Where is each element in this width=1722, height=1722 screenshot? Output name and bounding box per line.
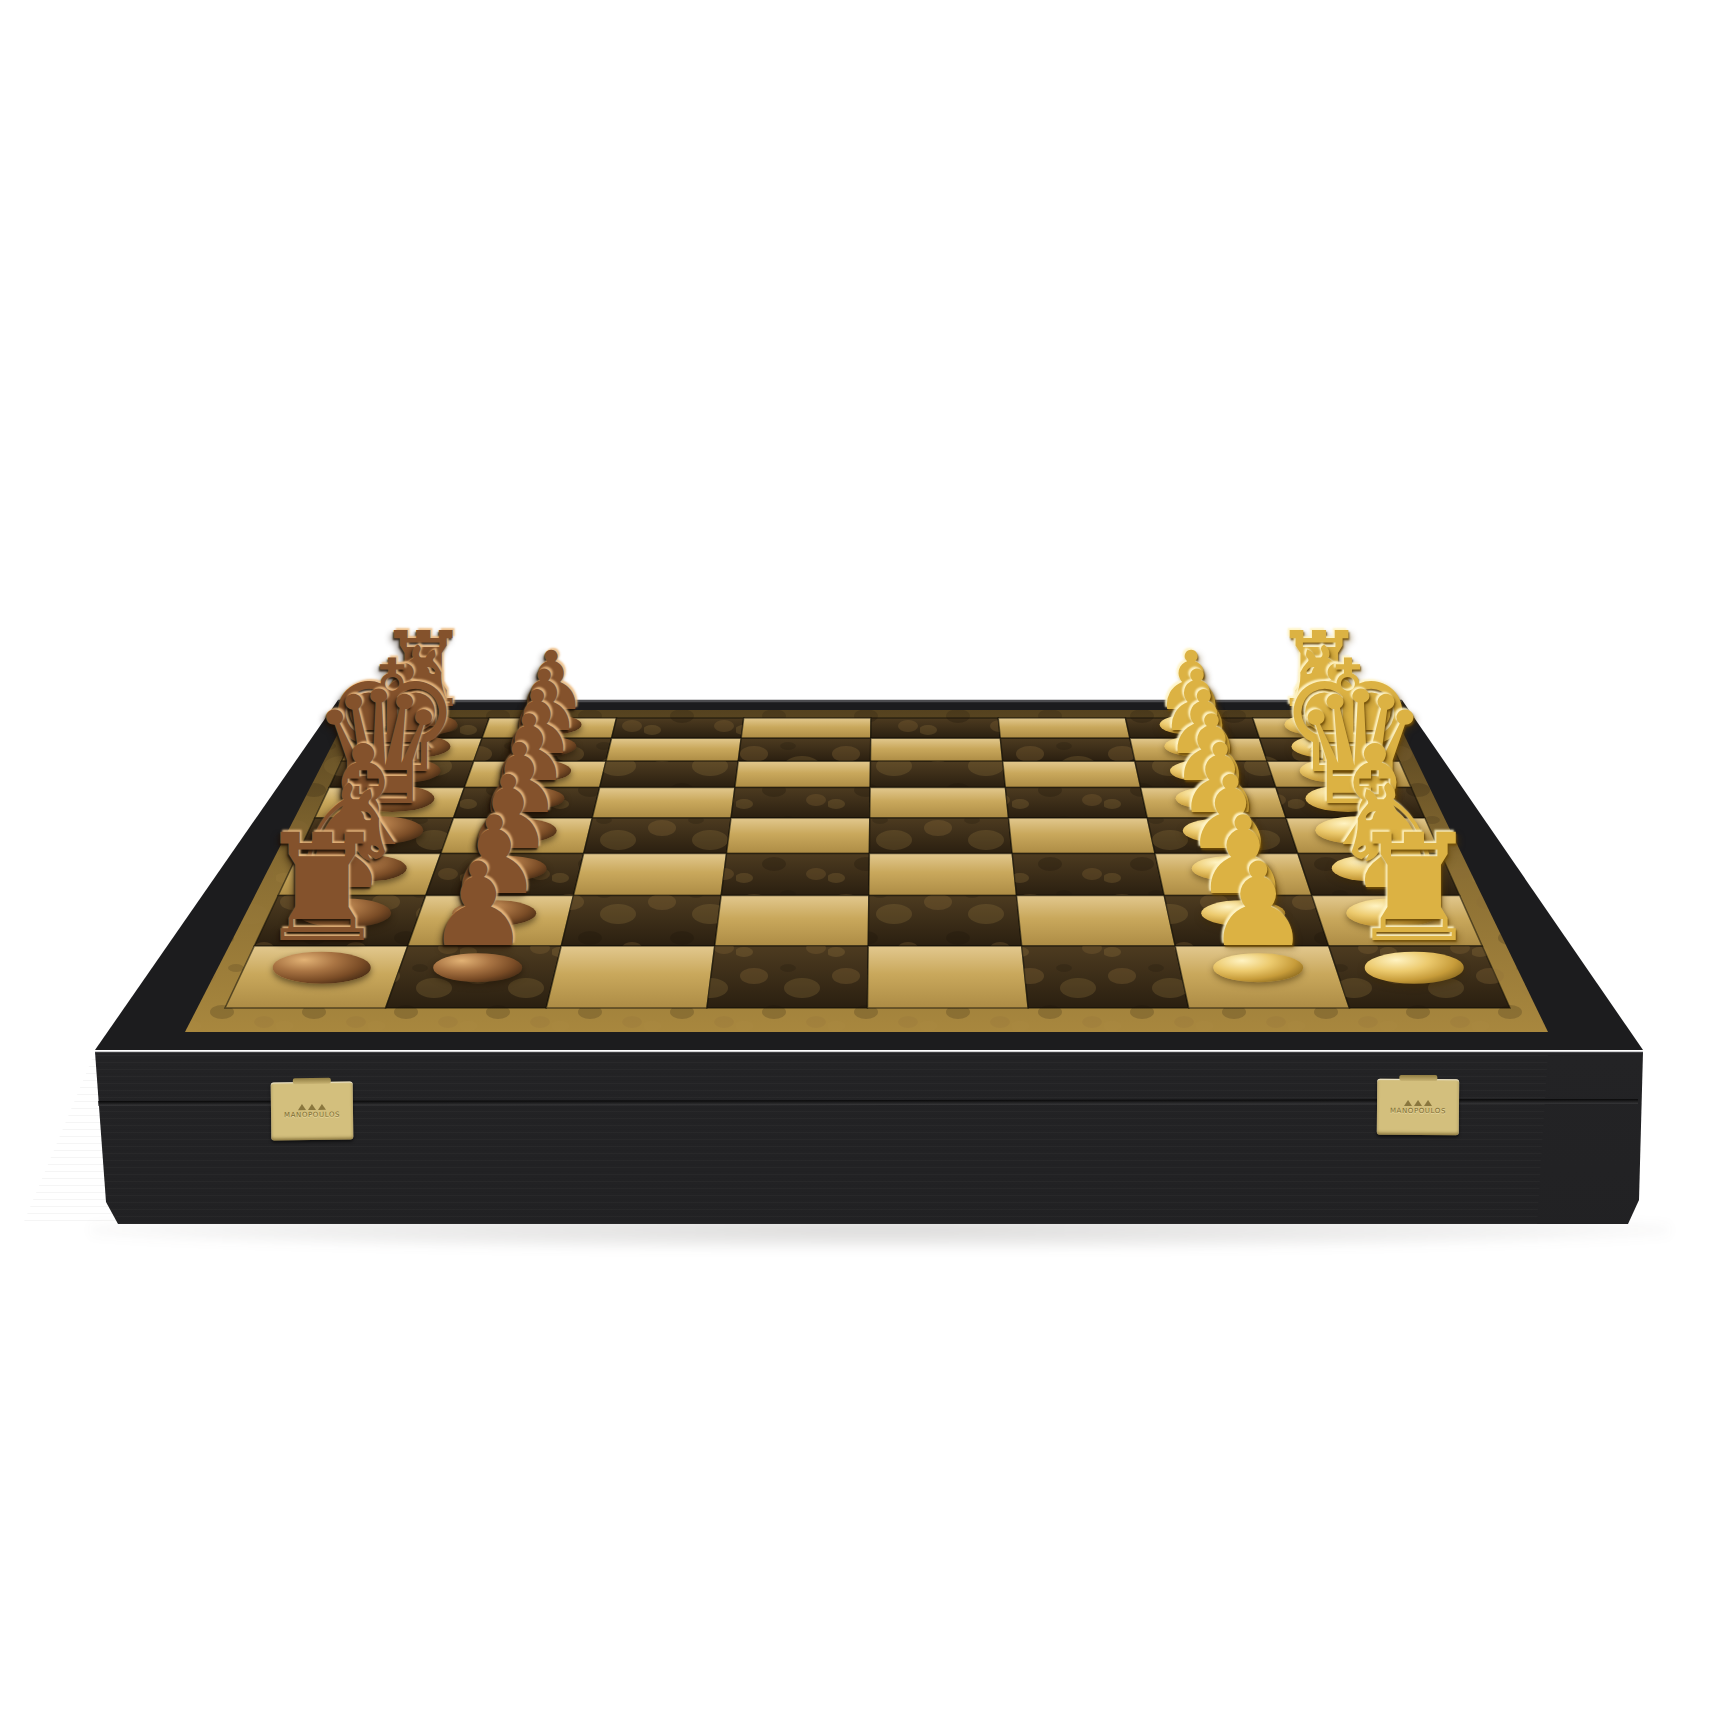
- board-square-c4r2-gold[interactable]: [869, 854, 1017, 896]
- board-square-c5r5-gold[interactable]: [1003, 761, 1141, 787]
- board-square-mottle-c3r0: [707, 946, 868, 1008]
- board-square-mottle-c1r2: [426, 854, 584, 896]
- board-square-c3r7-gold[interactable]: [741, 718, 871, 738]
- board-square-c1r5-gold[interactable]: [464, 761, 606, 787]
- board-square-c2r0-gold[interactable]: [546, 946, 714, 1008]
- board-square-c4r4-gold[interactable]: [870, 788, 1009, 818]
- board-square-mottle-c4r7: [871, 718, 1001, 738]
- board-square-mottle-c0r1: [254, 896, 426, 947]
- clasp-catch: [1399, 1075, 1437, 1081]
- manopoulos-logo-icon: [1404, 1099, 1432, 1105]
- board-square-mottle-c7r0: [1329, 946, 1510, 1008]
- board-square-c3r3-gold[interactable]: [727, 818, 870, 854]
- board-square-c0r4-gold[interactable]: [315, 788, 465, 818]
- board-square-c1r7-gold[interactable]: [482, 718, 616, 738]
- board-square-mottle-c1r4: [454, 788, 600, 818]
- board-square-mottle-c3r6: [738, 738, 871, 761]
- board-square-mottle-c4r5: [870, 761, 1005, 787]
- board-square-c7r5-gold[interactable]: [1267, 761, 1411, 787]
- board-square-mottle-c7r4: [1276, 788, 1425, 818]
- board-square-c0r2-gold[interactable]: [278, 854, 441, 896]
- board-square-mottle-c6r7: [1126, 718, 1260, 738]
- board-square-mottle-c7r6: [1260, 738, 1400, 761]
- board-square-mottle-c3r2: [721, 854, 869, 896]
- board-square-mottle-c3r4: [731, 788, 870, 818]
- board-square-mottle-c6r5: [1135, 761, 1276, 787]
- board-square-mottle-c4r1: [868, 896, 1022, 947]
- clasp-brand-text: MANOPOULOS: [1390, 1107, 1446, 1114]
- board-square-c2r4-gold[interactable]: [592, 788, 735, 818]
- board-square-c3r5-gold[interactable]: [735, 761, 871, 787]
- board-square-c0r0-gold[interactable]: [225, 946, 408, 1008]
- board-square-mottle-c2r7: [612, 718, 744, 738]
- board-square-c7r7-gold[interactable]: [1253, 718, 1389, 738]
- board-square-c4r0-gold[interactable]: [868, 946, 1029, 1008]
- board-square-mottle-c1r6: [474, 738, 612, 761]
- board-square-mottle-c4r3: [869, 818, 1012, 854]
- right-clasp[interactable]: MANOPOULOS: [1377, 1079, 1459, 1136]
- board-square-mottle-c1r0: [386, 946, 562, 1008]
- board-square-mottle-c2r5: [600, 761, 739, 787]
- board-square-c5r1-gold[interactable]: [1017, 896, 1176, 947]
- board-square-c5r3-gold[interactable]: [1009, 818, 1156, 854]
- manopoulos-logo-icon: [298, 1103, 326, 1109]
- board-square-c1r3-gold[interactable]: [441, 818, 592, 854]
- board-square-mottle-c7r2: [1298, 854, 1460, 896]
- board-square-mottle-c5r0: [1022, 946, 1189, 1008]
- clasp-brand-text: MANOPOULOS: [284, 1111, 340, 1119]
- board-square-mottle-c5r4: [1005, 788, 1147, 818]
- board-square-c6r2-gold[interactable]: [1155, 854, 1312, 896]
- board-square-mottle-c5r2: [1012, 854, 1164, 896]
- board-square-c7r3-gold[interactable]: [1286, 818, 1441, 854]
- board-square-mottle-c2r1: [561, 896, 721, 947]
- board-square-mottle-c6r3: [1147, 818, 1298, 854]
- chessboard: [0, 0, 1722, 1722]
- product-photo-scene: ♜♟♟♜♞♟♟♞♝♟♟♝♚♟♟♚♛♟♟♛♝♟♟♝♞♟♟♞♜♟♟♜ MANOPOU…: [0, 0, 1722, 1722]
- left-clasp[interactable]: MANOPOULOS: [271, 1082, 354, 1141]
- board-square-c3r1-gold[interactable]: [715, 896, 869, 947]
- board-square-c1r1-gold[interactable]: [408, 896, 574, 947]
- board-square-c4r6-gold[interactable]: [870, 738, 1002, 761]
- board-square-mottle-c2r3: [584, 818, 731, 854]
- board-square-c7r1-gold[interactable]: [1312, 896, 1482, 947]
- board-square-mottle-c0r7: [352, 718, 489, 738]
- board-square-mottle-c6r1: [1164, 896, 1329, 947]
- board-square-mottle-c0r5: [329, 761, 474, 787]
- board-square-c2r2-gold[interactable]: [573, 854, 726, 896]
- board-square-c5r7-gold[interactable]: [998, 718, 1130, 738]
- clasp-catch: [293, 1078, 331, 1084]
- board-square-mottle-c0r3: [298, 818, 454, 854]
- board-square-c6r6-gold[interactable]: [1130, 738, 1267, 761]
- board-square-c6r0-gold[interactable]: [1175, 946, 1349, 1008]
- board-square-c2r6-gold[interactable]: [606, 738, 741, 761]
- board-square-mottle-c5r6: [1000, 738, 1135, 761]
- board-square-c6r4-gold[interactable]: [1141, 788, 1286, 818]
- board-square-c0r6-gold[interactable]: [342, 738, 482, 761]
